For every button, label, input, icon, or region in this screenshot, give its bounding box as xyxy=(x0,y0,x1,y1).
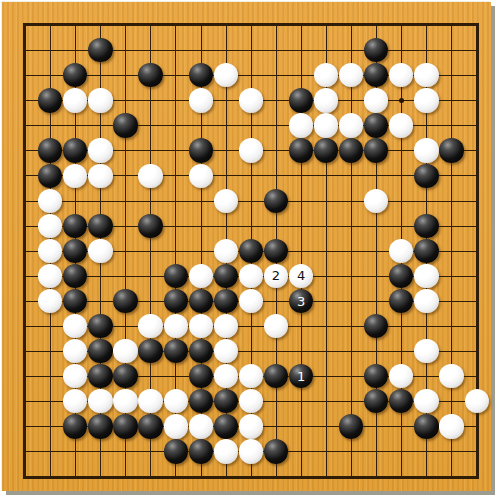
stone-black[interactable] xyxy=(439,138,463,162)
stone-black[interactable] xyxy=(164,339,188,363)
stone-white[interactable]: 2 xyxy=(264,264,288,288)
stone-black[interactable] xyxy=(289,138,313,162)
stone-black[interactable] xyxy=(189,63,213,87)
stone-black[interactable] xyxy=(189,389,213,413)
stone-white[interactable] xyxy=(214,314,238,338)
stone-black[interactable] xyxy=(389,289,413,313)
stone-black[interactable] xyxy=(289,88,313,112)
stone-black[interactable] xyxy=(138,63,162,87)
stone-white[interactable] xyxy=(439,364,463,388)
stone-white[interactable]: 4 xyxy=(289,264,313,288)
stone-black[interactable] xyxy=(138,414,162,438)
stone-black[interactable] xyxy=(364,38,388,62)
stone-white[interactable] xyxy=(414,63,438,87)
stone-black[interactable] xyxy=(138,339,162,363)
stone-white[interactable] xyxy=(239,389,263,413)
stone-white[interactable] xyxy=(189,88,213,112)
stone-black[interactable] xyxy=(113,414,137,438)
stone-black[interactable] xyxy=(364,314,388,338)
stone-white[interactable] xyxy=(289,113,313,137)
stone-black[interactable] xyxy=(364,138,388,162)
move-number-label: 3 xyxy=(297,295,305,308)
stone-black[interactable] xyxy=(189,364,213,388)
go-board[interactable]: 2431 xyxy=(2,2,491,491)
stone-white[interactable] xyxy=(63,339,87,363)
stone-black[interactable] xyxy=(88,314,112,338)
stone-white[interactable] xyxy=(138,389,162,413)
stone-white[interactable] xyxy=(164,389,188,413)
stone-black[interactable] xyxy=(364,389,388,413)
stone-black[interactable] xyxy=(264,239,288,263)
stone-black[interactable] xyxy=(88,214,112,238)
stone-white[interactable] xyxy=(364,88,388,112)
stone-black[interactable] xyxy=(264,439,288,463)
stone-black[interactable] xyxy=(88,339,112,363)
star-point xyxy=(399,98,404,103)
stones-layer: 2431 xyxy=(13,13,489,489)
stone-white[interactable] xyxy=(189,264,213,288)
stone-white[interactable] xyxy=(239,88,263,112)
stone-black[interactable] xyxy=(189,339,213,363)
stone-black[interactable] xyxy=(63,138,87,162)
stone-white[interactable] xyxy=(339,63,363,87)
stone-black[interactable] xyxy=(214,414,238,438)
stone-black[interactable] xyxy=(189,138,213,162)
stone-white[interactable] xyxy=(264,314,288,338)
stone-black[interactable] xyxy=(63,214,87,238)
stone-white[interactable] xyxy=(189,314,213,338)
stone-black[interactable] xyxy=(88,364,112,388)
stone-white[interactable] xyxy=(314,88,338,112)
stone-white[interactable] xyxy=(214,439,238,463)
stone-white[interactable] xyxy=(38,214,62,238)
stone-white[interactable] xyxy=(88,88,112,112)
stone-black[interactable] xyxy=(314,138,338,162)
stone-white[interactable] xyxy=(164,414,188,438)
stone-white[interactable] xyxy=(389,239,413,263)
stone-black[interactable] xyxy=(113,364,137,388)
stone-black[interactable] xyxy=(389,389,413,413)
stone-white[interactable] xyxy=(239,138,263,162)
stone-white[interactable] xyxy=(138,164,162,188)
stone-white[interactable] xyxy=(88,389,112,413)
stone-white[interactable] xyxy=(189,164,213,188)
stone-black[interactable] xyxy=(364,63,388,87)
stone-white[interactable] xyxy=(439,414,463,438)
stone-black[interactable] xyxy=(214,389,238,413)
stone-black[interactable] xyxy=(164,289,188,313)
stone-white[interactable] xyxy=(63,314,87,338)
stone-white[interactable] xyxy=(214,364,238,388)
stone-white[interactable] xyxy=(414,138,438,162)
stone-black[interactable] xyxy=(88,414,112,438)
stone-white[interactable] xyxy=(38,289,62,313)
stone-white[interactable] xyxy=(113,339,137,363)
stone-white[interactable] xyxy=(389,364,413,388)
stone-white[interactable] xyxy=(189,414,213,438)
stone-black[interactable] xyxy=(38,88,62,112)
stone-white[interactable] xyxy=(214,63,238,87)
stone-black[interactable] xyxy=(63,264,87,288)
stone-white[interactable] xyxy=(164,314,188,338)
stone-white[interactable] xyxy=(414,88,438,112)
stone-black[interactable] xyxy=(214,289,238,313)
stone-white[interactable] xyxy=(239,264,263,288)
stone-black[interactable] xyxy=(189,439,213,463)
stone-white[interactable] xyxy=(465,389,489,413)
stone-black[interactable] xyxy=(189,289,213,313)
move-number-label: 2 xyxy=(272,269,280,282)
stone-white[interactable] xyxy=(38,239,62,263)
stone-white[interactable] xyxy=(214,239,238,263)
stone-white[interactable] xyxy=(414,264,438,288)
stone-white[interactable] xyxy=(63,164,87,188)
stone-black[interactable] xyxy=(414,164,438,188)
stone-white[interactable] xyxy=(214,189,238,213)
stone-white[interactable] xyxy=(314,63,338,87)
stone-black[interactable] xyxy=(63,289,87,313)
stone-white[interactable] xyxy=(339,113,363,137)
stone-black[interactable] xyxy=(38,164,62,188)
stone-black[interactable] xyxy=(414,239,438,263)
stone-black[interactable] xyxy=(164,264,188,288)
stone-white[interactable] xyxy=(239,439,263,463)
stone-black[interactable] xyxy=(113,289,137,313)
stone-white[interactable] xyxy=(38,189,62,213)
stone-white[interactable] xyxy=(88,239,112,263)
stone-white[interactable] xyxy=(389,113,413,137)
stone-white[interactable] xyxy=(364,189,388,213)
stone-black[interactable] xyxy=(138,214,162,238)
stone-black[interactable] xyxy=(38,138,62,162)
move-number-label: 1 xyxy=(297,370,305,383)
stone-black[interactable]: 3 xyxy=(289,289,313,313)
stone-black[interactable] xyxy=(264,364,288,388)
stone-black[interactable] xyxy=(63,63,87,87)
screenshot-root: { "game": "go", "board": { "size": 19, "… xyxy=(0,0,500,500)
stone-white[interactable] xyxy=(414,389,438,413)
stone-black[interactable] xyxy=(339,138,363,162)
stone-white[interactable] xyxy=(239,364,263,388)
stone-white[interactable] xyxy=(63,364,87,388)
stone-black[interactable] xyxy=(214,264,238,288)
stone-white[interactable] xyxy=(38,264,62,288)
stone-white[interactable] xyxy=(239,289,263,313)
stone-black[interactable] xyxy=(264,189,288,213)
stone-black[interactable] xyxy=(339,414,363,438)
stone-black[interactable] xyxy=(414,414,438,438)
stone-white[interactable] xyxy=(314,113,338,137)
stone-white[interactable] xyxy=(113,389,137,413)
stone-black[interactable] xyxy=(164,439,188,463)
stone-white[interactable] xyxy=(414,339,438,363)
stone-white[interactable] xyxy=(88,138,112,162)
stone-black[interactable] xyxy=(389,264,413,288)
stone-white[interactable] xyxy=(63,88,87,112)
stone-black[interactable] xyxy=(113,113,137,137)
move-number-label: 4 xyxy=(297,269,305,282)
stone-black[interactable] xyxy=(88,38,112,62)
stone-black[interactable] xyxy=(414,214,438,238)
stone-black[interactable] xyxy=(364,364,388,388)
stone-black[interactable] xyxy=(364,113,388,137)
stone-white[interactable] xyxy=(88,164,112,188)
stone-white[interactable] xyxy=(138,314,162,338)
stone-black[interactable] xyxy=(63,239,87,263)
stone-black[interactable]: 1 xyxy=(289,364,313,388)
stone-black[interactable] xyxy=(239,239,263,263)
stone-white[interactable] xyxy=(214,339,238,363)
stone-black[interactable] xyxy=(63,414,87,438)
stone-white[interactable] xyxy=(414,289,438,313)
stone-white[interactable] xyxy=(389,63,413,87)
stone-white[interactable] xyxy=(239,414,263,438)
stone-white[interactable] xyxy=(63,389,87,413)
